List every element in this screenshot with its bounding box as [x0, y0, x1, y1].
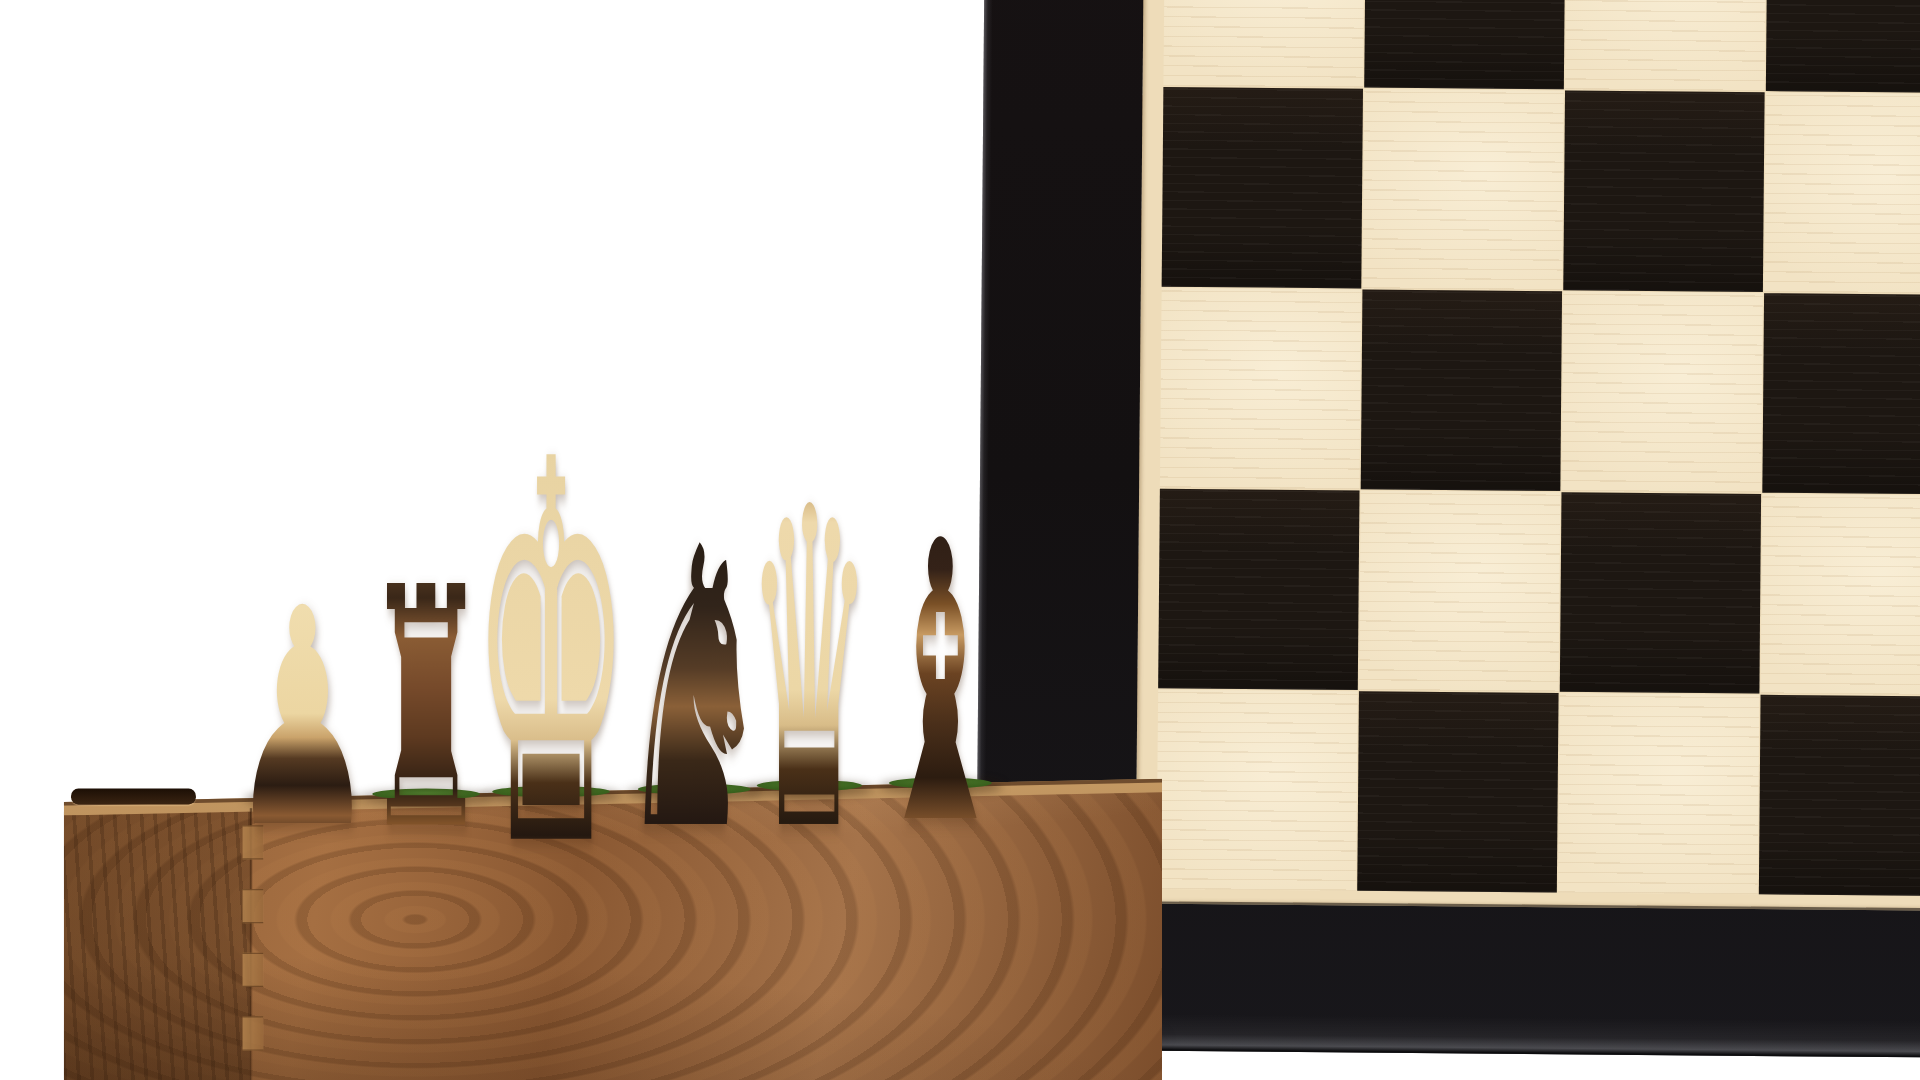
board-playing-surface [1135, 0, 1920, 911]
board-square [1761, 494, 1920, 695]
board-square [1764, 92, 1920, 293]
board-square [1156, 689, 1357, 890]
board-square [1158, 489, 1359, 690]
board-grid [1156, 0, 1920, 897]
board-square [1357, 691, 1558, 892]
board-square [1562, 291, 1763, 492]
board-square [1362, 89, 1563, 290]
board-square [1565, 0, 1766, 91]
board-square [1560, 492, 1761, 693]
board-square [1160, 288, 1361, 489]
dovetail-joint [242, 1016, 263, 1050]
board-square [1361, 290, 1562, 491]
board-square [1162, 87, 1363, 288]
piece-queen: ♛ [746, 452, 872, 893]
piece-king: ♚ [471, 393, 631, 920]
board-square [1759, 695, 1920, 896]
box-handle-slot [71, 789, 196, 805]
dovetail-joint [242, 953, 263, 987]
board-square [1163, 0, 1364, 88]
board-square [1364, 0, 1565, 89]
board-square [1563, 91, 1764, 292]
board-square [1558, 693, 1759, 894]
board-square [1359, 490, 1560, 691]
board-square [1762, 293, 1920, 494]
dovetail-joint [242, 889, 263, 923]
board-square [1766, 0, 1920, 93]
piece-pawn: ♟ [228, 569, 376, 869]
piece-rook: ♜ [364, 545, 488, 876]
piece-bishop: ♝ [871, 492, 1009, 878]
product-photo-stage: ♟ ♜ ♚ ♞ ♛ ♝ [0, 0, 1920, 1080]
